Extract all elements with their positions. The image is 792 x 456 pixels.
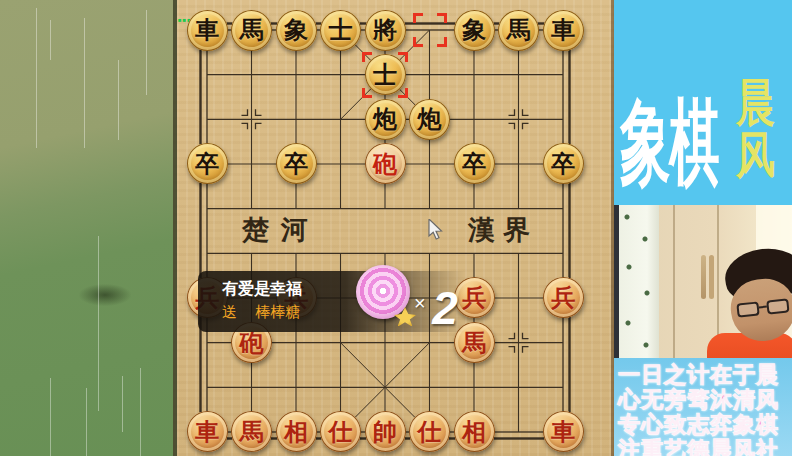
piece-i3-black[interactable]: 卒 (543, 143, 584, 184)
gift-banner: 有爱是幸福 送 棒棒糖 × 2 (198, 271, 466, 332)
piece-a3-black[interactable]: 卒 (187, 143, 228, 184)
piece-f2-black[interactable]: 炮 (409, 99, 450, 140)
piece-g9-red[interactable]: 相 (454, 411, 495, 452)
piece-a9-red[interactable]: 車 (187, 411, 228, 452)
piece-e1-black[interactable]: 士 (365, 54, 406, 95)
piece-e9-red[interactable]: 帥 (365, 411, 406, 452)
river-label-right: 漢界 (468, 212, 538, 248)
piece-g0-black[interactable]: 象 (454, 10, 495, 51)
piece-c0-black[interactable]: 象 (276, 10, 317, 51)
channel-subtitle-char-2: 风 (736, 122, 775, 189)
piece-c3-black[interactable]: 卒 (276, 143, 317, 184)
gift-multiplier: × 2 (414, 281, 458, 335)
stream-side-panel: 象棋 晨 风 一日之计在于晨 心无旁骛沐清风 专心致志弈象棋 注重艺德晨风社 (614, 0, 792, 456)
multiply-sign: × (414, 292, 426, 314)
wardrobe-handles (701, 255, 706, 299)
gift-sender-name: 有爱是幸福 (222, 279, 302, 300)
piece-e0-black[interactable]: 將 (365, 10, 406, 51)
piece-d0-black[interactable]: 士 (320, 10, 361, 51)
piece-h0-black[interactable]: 馬 (498, 10, 539, 51)
channel-title: 象棋 (620, 80, 718, 208)
gift-count: 2 (432, 282, 458, 334)
piece-e2-black[interactable]: 炮 (365, 99, 406, 140)
piece-g3-black[interactable]: 卒 (454, 143, 495, 184)
river-label-left: 楚河 (242, 212, 320, 248)
gift-action-label: 送 (222, 303, 237, 320)
webcam-video (614, 205, 792, 358)
gift-name-label: 棒棒糖 (255, 303, 300, 320)
gift-description: 送 棒棒糖 (222, 303, 300, 322)
piece-i9-red[interactable]: 車 (543, 411, 584, 452)
curtain (619, 205, 659, 358)
piece-c9-red[interactable]: 相 (276, 411, 317, 452)
piece-i6-red[interactable]: 兵 (543, 277, 584, 318)
piece-e3-red[interactable]: 砲 (365, 143, 406, 184)
piece-a0-black[interactable]: 車 (187, 10, 228, 51)
grass-field-background (0, 0, 173, 456)
slogan-line-4: 注重艺德晨风社 (618, 435, 790, 456)
stream-frame: ■■■■■ 楚河 漢界 車馬象士將象馬車士炮炮卒卒砲卒卒兵兵兵兵兵砲馬車馬相仕帥… (0, 0, 792, 456)
piece-b0-black[interactable]: 馬 (231, 10, 272, 51)
lollipop-icon (356, 265, 410, 319)
piece-i0-black[interactable]: 車 (543, 10, 584, 51)
slogan-block: 一日之计在于晨 心无旁骛沐清风 专心致志弈象棋 注重艺德晨风社 (614, 358, 792, 456)
